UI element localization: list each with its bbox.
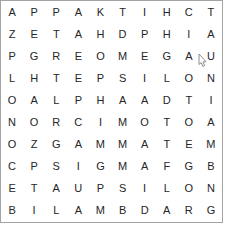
cell-r7c2[interactable]: Z xyxy=(23,134,45,156)
cell-r8c9[interactable]: G xyxy=(178,156,200,178)
cell-r1c7[interactable]: I xyxy=(134,1,156,23)
cell-r10c2[interactable]: I xyxy=(23,200,45,222)
cell-r1c1[interactable]: A xyxy=(1,1,23,23)
cell-r2c7[interactable]: P xyxy=(134,23,156,45)
cell-r1c9[interactable]: C xyxy=(178,1,200,23)
cell-r5c4[interactable]: P xyxy=(67,89,89,111)
cell-r3c5[interactable]: O xyxy=(89,45,111,67)
cell-r10c7[interactable]: D xyxy=(134,200,156,222)
cell-r8c5[interactable]: G xyxy=(89,156,111,178)
cell-r5c5[interactable]: H xyxy=(89,89,111,111)
cell-r8c7[interactable]: A xyxy=(134,156,156,178)
cell-r4c10[interactable]: N xyxy=(200,67,222,89)
word-search-grid: APPAKTIHCTZETAHDPHIAPGREOMEGAULHTEPSILON… xyxy=(0,0,223,223)
cell-r6c1[interactable]: N xyxy=(1,112,23,134)
cell-r6c7[interactable]: O xyxy=(134,112,156,134)
cell-r3c6[interactable]: M xyxy=(112,45,134,67)
cell-r9c10[interactable]: N xyxy=(200,178,222,200)
cell-r2c5[interactable]: H xyxy=(89,23,111,45)
cell-r10c5[interactable]: M xyxy=(89,200,111,222)
cell-r8c6[interactable]: M xyxy=(112,156,134,178)
cell-r3c3[interactable]: R xyxy=(45,45,67,67)
cell-r8c2[interactable]: P xyxy=(23,156,45,178)
cell-r6c8[interactable]: T xyxy=(156,112,178,134)
cell-r3c2[interactable]: G xyxy=(23,45,45,67)
cell-r4c1[interactable]: L xyxy=(1,67,23,89)
cell-r5c7[interactable]: A xyxy=(134,89,156,111)
cell-r8c4[interactable]: I xyxy=(67,156,89,178)
cell-r10c3[interactable]: L xyxy=(45,200,67,222)
cell-r4c5[interactable]: P xyxy=(89,67,111,89)
cell-r4c2[interactable]: H xyxy=(23,67,45,89)
cell-r5c6[interactable]: A xyxy=(112,89,134,111)
cell-r1c3[interactable]: P xyxy=(45,1,67,23)
cell-r4c3[interactable]: T xyxy=(45,67,67,89)
cell-r10c8[interactable]: A xyxy=(156,200,178,222)
cell-r9c9[interactable]: O xyxy=(178,178,200,200)
cell-r9c4[interactable]: U xyxy=(67,178,89,200)
cell-r10c1[interactable]: B xyxy=(1,200,23,222)
cell-r7c5[interactable]: M xyxy=(89,134,111,156)
cell-r6c3[interactable]: R xyxy=(45,112,67,134)
cell-r5c10[interactable]: I xyxy=(200,89,222,111)
cell-r8c3[interactable]: S xyxy=(45,156,67,178)
cell-r1c8[interactable]: H xyxy=(156,1,178,23)
cell-r1c6[interactable]: T xyxy=(112,1,134,23)
cell-r2c4[interactable]: A xyxy=(67,23,89,45)
cell-r5c2[interactable]: A xyxy=(23,89,45,111)
cell-r1c4[interactable]: A xyxy=(67,1,89,23)
cell-r3c4[interactable]: E xyxy=(67,45,89,67)
cell-r8c1[interactable]: C xyxy=(1,156,23,178)
cell-r4c4[interactable]: E xyxy=(67,67,89,89)
cell-r4c7[interactable]: I xyxy=(134,67,156,89)
cell-r6c2[interactable]: O xyxy=(23,112,45,134)
cell-r7c6[interactable]: M xyxy=(112,134,134,156)
cell-r6c9[interactable]: O xyxy=(178,112,200,134)
cell-r7c10[interactable]: M xyxy=(200,134,222,156)
cell-r9c5[interactable]: P xyxy=(89,178,111,200)
cell-r7c4[interactable]: A xyxy=(67,134,89,156)
cell-r6c10[interactable]: A xyxy=(200,112,222,134)
cell-r2c9[interactable]: I xyxy=(178,23,200,45)
cell-r7c7[interactable]: A xyxy=(134,134,156,156)
cell-r9c6[interactable]: S xyxy=(112,178,134,200)
cell-r5c1[interactable]: O xyxy=(1,89,23,111)
cell-r2c10[interactable]: A xyxy=(200,23,222,45)
cell-r3c10[interactable]: U xyxy=(200,45,222,67)
cell-r4c9[interactable]: O xyxy=(178,67,200,89)
cell-r5c3[interactable]: L xyxy=(45,89,67,111)
cell-r2c2[interactable]: E xyxy=(23,23,45,45)
cell-r1c10[interactable]: T xyxy=(200,1,222,23)
cell-r6c4[interactable]: C xyxy=(67,112,89,134)
cell-r7c9[interactable]: E xyxy=(178,134,200,156)
cell-r8c10[interactable]: B xyxy=(200,156,222,178)
cell-r1c2[interactable]: P xyxy=(23,1,45,23)
cell-r7c1[interactable]: O xyxy=(1,134,23,156)
cell-r5c9[interactable]: T xyxy=(178,89,200,111)
cell-r4c8[interactable]: L xyxy=(156,67,178,89)
cell-r9c3[interactable]: A xyxy=(45,178,67,200)
cell-r2c1[interactable]: Z xyxy=(1,23,23,45)
cell-r10c10[interactable]: G xyxy=(200,200,222,222)
cell-r5c8[interactable]: D xyxy=(156,89,178,111)
cell-r3c7[interactable]: E xyxy=(134,45,156,67)
cell-r7c3[interactable]: G xyxy=(45,134,67,156)
cell-r3c1[interactable]: P xyxy=(1,45,23,67)
cell-r2c3[interactable]: T xyxy=(45,23,67,45)
cell-r10c9[interactable]: R xyxy=(178,200,200,222)
cell-r9c8[interactable]: L xyxy=(156,178,178,200)
cell-r2c6[interactable]: D xyxy=(112,23,134,45)
cell-r3c9[interactable]: A xyxy=(178,45,200,67)
cell-r9c7[interactable]: I xyxy=(134,178,156,200)
cell-r8c8[interactable]: F xyxy=(156,156,178,178)
cell-r7c8[interactable]: T xyxy=(156,134,178,156)
cell-r9c2[interactable]: T xyxy=(23,178,45,200)
cell-r1c5[interactable]: K xyxy=(89,1,111,23)
cell-r4c6[interactable]: S xyxy=(112,67,134,89)
cell-r3c8[interactable]: G xyxy=(156,45,178,67)
cell-r9c1[interactable]: E xyxy=(1,178,23,200)
cell-r6c6[interactable]: M xyxy=(112,112,134,134)
cell-r2c8[interactable]: H xyxy=(156,23,178,45)
cell-r10c6[interactable]: B xyxy=(112,200,134,222)
cell-r6c5[interactable]: I xyxy=(89,112,111,134)
cell-r10c4[interactable]: A xyxy=(67,200,89,222)
